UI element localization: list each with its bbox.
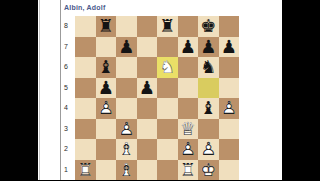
square-a8[interactable] <box>75 16 96 37</box>
black-piece-glyph: ♝ <box>96 57 117 78</box>
piece-black-knight-g6[interactable]: ♞ <box>198 57 219 78</box>
square-h7[interactable]: ♟ <box>219 37 240 58</box>
square-e2[interactable] <box>157 139 178 160</box>
square-d2[interactable] <box>137 139 158 160</box>
piece-black-rook-b8[interactable]: ♜ <box>96 16 117 37</box>
square-e4[interactable] <box>157 98 178 119</box>
square-e8[interactable]: ♜ <box>157 16 178 37</box>
square-d8[interactable] <box>137 16 158 37</box>
square-a4[interactable] <box>75 98 96 119</box>
piece-white-pawn-h4[interactable]: ♟♙ <box>219 98 240 119</box>
square-c3[interactable]: ♟♙ <box>116 119 137 140</box>
black-piece-glyph: ♟ <box>137 78 158 99</box>
square-h1[interactable] <box>219 160 240 181</box>
black-piece-glyph: ♟ <box>178 37 199 58</box>
piece-black-rook-e8[interactable]: ♜ <box>157 16 178 37</box>
square-a2[interactable] <box>75 139 96 160</box>
piece-black-pawn-d5[interactable]: ♟ <box>137 78 158 99</box>
square-f8[interactable] <box>178 16 199 37</box>
square-h3[interactable] <box>219 119 240 140</box>
square-b8[interactable]: ♜ <box>96 16 117 37</box>
white-piece-outline: ♙ <box>96 98 117 119</box>
piece-black-pawn-f7[interactable]: ♟ <box>178 37 199 58</box>
square-e1[interactable] <box>157 160 178 181</box>
white-piece-outline: ♙ <box>178 139 199 160</box>
piece-white-king-g1[interactable]: ♚♔ <box>198 160 219 181</box>
letterbox-left <box>0 0 38 180</box>
window-border-line <box>39 0 40 180</box>
square-f2[interactable]: ♟♙ <box>178 139 199 160</box>
square-c5[interactable] <box>116 78 137 99</box>
square-c6[interactable] <box>116 57 137 78</box>
square-c2[interactable]: ♝♗ <box>116 139 137 160</box>
black-piece-glyph: ♞ <box>198 57 219 78</box>
rank-label-4: 4 <box>56 98 72 119</box>
piece-white-pawn-f2[interactable]: ♟♙ <box>178 139 199 160</box>
square-d3[interactable] <box>137 119 158 140</box>
black-piece-glyph: ♜ <box>96 16 117 37</box>
square-f7[interactable]: ♟ <box>178 37 199 58</box>
rank-label-7: 7 <box>56 37 72 58</box>
square-b1[interactable] <box>96 160 117 181</box>
square-f3[interactable]: ♛♕ <box>178 119 199 140</box>
square-h2[interactable] <box>219 139 240 160</box>
square-g6[interactable]: ♞ <box>198 57 219 78</box>
square-d5[interactable]: ♟ <box>137 78 158 99</box>
square-g8[interactable]: ♚ <box>198 16 219 37</box>
square-a3[interactable] <box>75 119 96 140</box>
square-f6[interactable] <box>178 57 199 78</box>
square-b6[interactable]: ♝ <box>96 57 117 78</box>
piece-white-knight-e6[interactable]: ♞♘ <box>157 57 178 78</box>
square-g4[interactable]: ♝ <box>198 98 219 119</box>
square-g3[interactable] <box>198 119 219 140</box>
square-g7[interactable]: ♟ <box>198 37 219 58</box>
square-a1[interactable]: ♜♖ <box>75 160 96 181</box>
square-e3[interactable] <box>157 119 178 140</box>
square-c8[interactable] <box>116 16 137 37</box>
piece-white-bishop-c2[interactable]: ♝♗ <box>116 139 137 160</box>
piece-white-rook-f1[interactable]: ♜♖ <box>178 160 199 181</box>
white-piece-outline: ♖ <box>75 160 96 181</box>
square-e5[interactable] <box>157 78 178 99</box>
square-d7[interactable] <box>137 37 158 58</box>
black-piece-glyph: ♟ <box>219 37 240 58</box>
white-piece-outline: ♗ <box>116 139 137 160</box>
square-e7[interactable] <box>157 37 178 58</box>
square-g5[interactable] <box>198 78 219 99</box>
square-b2[interactable] <box>96 139 117 160</box>
square-d6[interactable] <box>137 57 158 78</box>
square-b5[interactable]: ♟ <box>96 78 117 99</box>
piece-black-pawn-g7[interactable]: ♟ <box>198 37 219 58</box>
white-piece-outline: ♙ <box>116 119 137 140</box>
square-f4[interactable] <box>178 98 199 119</box>
square-h4[interactable]: ♟♙ <box>219 98 240 119</box>
piece-white-queen-f3[interactable]: ♛♕ <box>178 119 199 140</box>
piece-white-bishop-c1[interactable]: ♝♗ <box>116 160 137 181</box>
square-c7[interactable]: ♟ <box>116 37 137 58</box>
black-piece-glyph: ♜ <box>157 16 178 37</box>
piece-black-pawn-h7[interactable]: ♟ <box>219 37 240 58</box>
square-e6[interactable]: ♞♘ <box>157 57 178 78</box>
black-piece-glyph: ♟ <box>198 37 219 58</box>
black-piece-glyph: ♝ <box>198 98 219 119</box>
piece-black-king-g8[interactable]: ♚ <box>198 16 219 37</box>
rank-label-6: 6 <box>56 57 72 78</box>
square-a7[interactable] <box>75 37 96 58</box>
square-h6[interactable] <box>219 57 240 78</box>
white-piece-outline: ♙ <box>219 98 240 119</box>
square-a6[interactable] <box>75 57 96 78</box>
piece-white-pawn-b4[interactable]: ♟♙ <box>96 98 117 119</box>
rank-label-5: 5 <box>56 78 72 99</box>
white-piece-outline: ♔ <box>198 160 219 181</box>
square-g2[interactable]: ♟♙ <box>198 139 219 160</box>
white-piece-outline: ♘ <box>157 57 178 78</box>
square-h5[interactable] <box>219 78 240 99</box>
black-piece-glyph: ♚ <box>198 16 219 37</box>
black-piece-glyph: ♟ <box>96 78 117 99</box>
game-players-title: Albin, Adolf <box>64 4 105 11</box>
white-piece-outline: ♙ <box>198 139 219 160</box>
square-h8[interactable] <box>219 16 240 37</box>
square-g1[interactable]: ♚♔ <box>198 160 219 181</box>
rank-label-2: 2 <box>56 139 72 160</box>
square-a5[interactable] <box>75 78 96 99</box>
piece-black-bishop-g4[interactable]: ♝ <box>198 98 219 119</box>
square-b4[interactable]: ♟♙ <box>96 98 117 119</box>
square-b3[interactable] <box>96 119 117 140</box>
rank-label-8: 8 <box>56 16 72 37</box>
black-piece-glyph: ♟ <box>116 37 137 58</box>
piece-white-pawn-g2[interactable]: ♟♙ <box>198 139 219 160</box>
white-piece-outline: ♕ <box>178 119 199 140</box>
piece-black-pawn-b5[interactable]: ♟ <box>96 78 117 99</box>
rank-labels: 87654321 <box>56 16 72 180</box>
square-c4[interactable] <box>116 98 137 119</box>
square-d4[interactable] <box>137 98 158 119</box>
piece-white-pawn-c3[interactable]: ♟♙ <box>116 119 137 140</box>
square-c1[interactable]: ♝♗ <box>116 160 137 181</box>
chess-board: ♜♜♚♟♟♟♟♝♞♘♞♟♟♟♙♝♟♙♟♙♛♕♝♗♟♙♟♙♜♖♝♗♜♖♚♔ <box>75 16 239 180</box>
piece-white-rook-a1[interactable]: ♜♖ <box>75 160 96 181</box>
square-b7[interactable] <box>96 37 117 58</box>
white-piece-outline: ♗ <box>116 160 137 181</box>
rank-label-1: 1 <box>56 160 72 181</box>
piece-black-bishop-b6[interactable]: ♝ <box>96 57 117 78</box>
square-f1[interactable]: ♜♖ <box>178 160 199 181</box>
white-piece-outline: ♖ <box>178 160 199 181</box>
square-d1[interactable] <box>137 160 158 181</box>
square-f5[interactable] <box>178 78 199 99</box>
piece-black-pawn-c7[interactable]: ♟ <box>116 37 137 58</box>
rank-label-3: 3 <box>56 119 72 140</box>
